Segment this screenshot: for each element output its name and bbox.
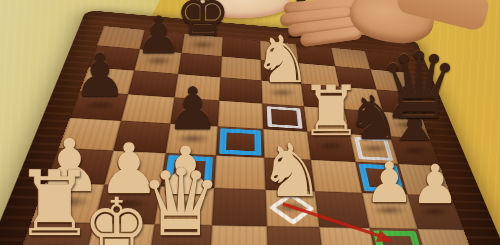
piece-black-queen-captured-1: ♛	[378, 41, 460, 133]
last-move-highlight	[267, 106, 303, 128]
square-d4[interactable]	[216, 126, 264, 157]
square-d5[interactable]	[218, 101, 264, 130]
legal-move-highlight	[219, 128, 261, 155]
square-e1[interactable]	[267, 226, 325, 245]
piece-white-knight-e2[interactable]: ♞	[259, 134, 325, 208]
piece-black-pawn-b7[interactable]: ♟	[136, 10, 182, 61]
piece-white-pawn-g2[interactable]: ♟	[364, 155, 414, 211]
piece-black-king-c8[interactable]: ♚	[176, 0, 231, 45]
piece-white-king-b1[interactable]: ♚	[83, 189, 150, 245]
piece-white-pawn-h2[interactable]: ♟	[411, 158, 459, 212]
hint-move-highlight	[373, 230, 425, 245]
piece-black-pawn-c4[interactable]: ♟	[166, 81, 218, 140]
game-scene: ♜♚♛♟♟♟♞♟♟♜♞♚♟♟♟♟♞♝♝♛	[0, 0, 500, 245]
piece-black-pawn-a5[interactable]: ♟	[73, 46, 126, 106]
hand-arm	[395, 0, 491, 32]
piece-white-queen-c1[interactable]: ♛	[139, 157, 222, 245]
